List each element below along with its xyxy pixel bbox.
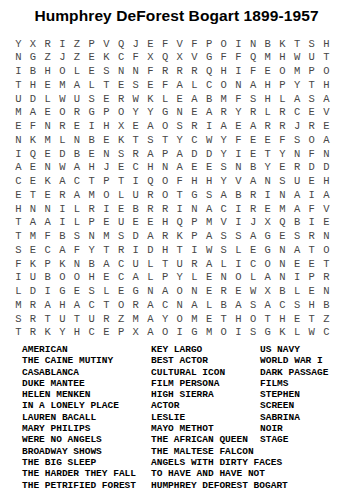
grid-cell: S xyxy=(246,298,261,312)
grid-cell: U xyxy=(114,216,129,230)
grid-cell: V xyxy=(231,175,246,189)
grid-cell: Y xyxy=(143,106,158,120)
grid-cell: R xyxy=(114,92,129,106)
grid-cell: N xyxy=(275,188,290,202)
grid-cell: B xyxy=(290,216,305,230)
grid-cell: N xyxy=(260,175,275,189)
grid-cell: E xyxy=(202,161,217,175)
grid-cell: S xyxy=(114,147,129,161)
grid-cell: I xyxy=(84,120,99,134)
grid-cell: O xyxy=(260,257,275,271)
grid-cell: N xyxy=(275,271,290,285)
grid-cell: S xyxy=(128,78,143,92)
grid-cell: C xyxy=(40,243,55,257)
grid-cell: E xyxy=(26,243,41,257)
grid-cell: E xyxy=(260,133,275,147)
grid-cell: F xyxy=(231,133,246,147)
grid-cell: P xyxy=(187,230,202,244)
grid-cell: A xyxy=(260,298,275,312)
word-search-grid: YXRIZPVQJEFVFPOINBKTSHNGZJZEKCFXQXVGFFQM… xyxy=(11,37,334,340)
word-list-item: STEPHEN xyxy=(260,389,328,400)
grid-cell: D xyxy=(55,147,70,161)
grid-cell: R xyxy=(275,120,290,134)
grid-cell: L xyxy=(275,92,290,106)
grid-cell: Z xyxy=(40,51,55,65)
grid-cell: E xyxy=(275,161,290,175)
grid-cell: T xyxy=(304,243,319,257)
grid-cell: H xyxy=(99,120,114,134)
grid-cell: T xyxy=(128,133,143,147)
grid-cell: P xyxy=(187,216,202,230)
grid-cell: J xyxy=(128,37,143,51)
grid-cell: M xyxy=(290,65,305,79)
grid-cell: I xyxy=(11,65,26,79)
grid-cell: P xyxy=(304,65,319,79)
grid-cell: P xyxy=(202,37,217,51)
grid-cell: T xyxy=(158,257,173,271)
grid-cell: O xyxy=(216,326,231,340)
grid-cell: C xyxy=(114,257,129,271)
grid-cell: E xyxy=(290,257,305,271)
grid-cell: E xyxy=(70,285,85,299)
grid-cell: S xyxy=(143,133,158,147)
grid-cell: Q xyxy=(202,65,217,79)
grid-cell: A xyxy=(26,216,41,230)
grid-cell: Y xyxy=(216,175,231,189)
grid-cell: G xyxy=(260,230,275,244)
grid-cell: A xyxy=(143,298,158,312)
grid-cell: T xyxy=(216,312,231,326)
grid-cell: B xyxy=(70,147,85,161)
grid-cell: R xyxy=(304,230,319,244)
grid-cell: G xyxy=(128,285,143,299)
grid-cell: I xyxy=(290,271,305,285)
grid-cell: V xyxy=(99,37,114,51)
grid-cell: T xyxy=(260,312,275,326)
grid-cell: E xyxy=(304,106,319,120)
grid-cell: C xyxy=(290,106,305,120)
grid-cell: I xyxy=(260,188,275,202)
grid-cell: O xyxy=(231,271,246,285)
grid-cell: I xyxy=(304,216,319,230)
grid-cell: P xyxy=(114,326,129,340)
grid-cell: X xyxy=(260,285,275,299)
grid-cell: A xyxy=(172,161,187,175)
word-list-item: BROADWAY SHOWS xyxy=(22,446,136,457)
grid-cell: E xyxy=(114,161,129,175)
grid-cell: C xyxy=(158,298,173,312)
grid-cell: A xyxy=(290,188,305,202)
grid-cell: E xyxy=(172,92,187,106)
grid-cell: E xyxy=(99,133,114,147)
word-list-item: HUMPHREY DEFOREST BOGART xyxy=(151,480,288,491)
grid-cell: X xyxy=(143,51,158,65)
grid-cell: O xyxy=(216,78,231,92)
grid-cell: S xyxy=(202,188,217,202)
grid-cell: I xyxy=(187,243,202,257)
grid-cell: S xyxy=(70,230,85,244)
grid-cell: C xyxy=(216,202,231,216)
grid-cell: A xyxy=(99,257,114,271)
grid-cell: Z xyxy=(70,37,85,51)
grid-cell: L xyxy=(114,188,129,202)
grid-cell: E xyxy=(304,285,319,299)
grid-cell: A xyxy=(70,161,85,175)
grid-cell: B xyxy=(40,271,55,285)
grid-cell: I xyxy=(11,147,26,161)
word-list-item: THE MALTESE FALCON xyxy=(151,446,288,457)
grid-cell: N xyxy=(246,37,261,51)
grid-cell: M xyxy=(11,106,26,120)
grid-cell: N xyxy=(290,147,305,161)
grid-cell: A xyxy=(55,243,70,257)
grid-cell: H xyxy=(143,161,158,175)
word-list-item: SCREEN xyxy=(260,400,328,411)
grid-cell: E xyxy=(202,285,217,299)
grid-cell: A xyxy=(202,230,217,244)
word-list-item: WERE NO ANGELS xyxy=(22,434,136,445)
grid-cell: R xyxy=(216,285,231,299)
grid-cell: A xyxy=(202,202,217,216)
grid-cell: N xyxy=(70,257,85,271)
grid-cell: N xyxy=(216,271,231,285)
grid-cell: M xyxy=(99,230,114,244)
word-list-item: TO HAVE AND HAVE NOT xyxy=(151,468,288,479)
grid-cell: K xyxy=(143,92,158,106)
grid-cell: E xyxy=(40,78,55,92)
grid-cell: E xyxy=(231,285,246,299)
grid-cell: Z xyxy=(114,312,129,326)
grid-cell: K xyxy=(172,230,187,244)
grid-cell: Y xyxy=(84,243,99,257)
grid-cell: E xyxy=(143,216,158,230)
word-list-item: STAGE xyxy=(260,434,328,445)
grid-cell: E xyxy=(114,285,129,299)
grid-cell: I xyxy=(11,271,26,285)
grid-cell: N xyxy=(143,285,158,299)
grid-cell: L xyxy=(143,257,158,271)
grid-cell: N xyxy=(40,120,55,134)
grid-cell: H xyxy=(231,312,246,326)
grid-cell: A xyxy=(55,175,70,189)
grid-cell: W xyxy=(55,92,70,106)
grid-cell: T xyxy=(158,133,173,147)
grid-cell: A xyxy=(143,120,158,134)
grid-cell: W xyxy=(128,92,143,106)
grid-cell: Q xyxy=(158,51,173,65)
grid-cell: B xyxy=(84,133,99,147)
grid-cell: A xyxy=(70,78,85,92)
grid-cell: F xyxy=(70,243,85,257)
grid-cell: K xyxy=(275,37,290,51)
grid-cell: Z xyxy=(319,312,334,326)
grid-cell: R xyxy=(246,188,261,202)
word-list-item: THE HARDER THEY FALL xyxy=(22,468,136,479)
grid-cell: F xyxy=(128,51,143,65)
grid-cell: V xyxy=(172,37,187,51)
grid-cell: A xyxy=(26,106,41,120)
grid-cell: A xyxy=(128,271,143,285)
grid-cell: I xyxy=(231,147,246,161)
grid-cell: F xyxy=(246,65,261,79)
grid-cell: E xyxy=(11,188,26,202)
grid-cell: M xyxy=(216,92,231,106)
grid-cell: G xyxy=(55,285,70,299)
grid-cell: A xyxy=(143,326,158,340)
grid-cell: E xyxy=(260,65,275,79)
word-list-item: THE CAINE MUTINY xyxy=(22,355,136,366)
grid-cell: R xyxy=(172,65,187,79)
grid-cell: T xyxy=(84,175,99,189)
grid-cell: O xyxy=(216,37,231,51)
grid-cell: H xyxy=(260,92,275,106)
grid-cell: I xyxy=(55,37,70,51)
grid-cell: H xyxy=(187,175,202,189)
grid-cell: Q xyxy=(246,51,261,65)
grid-cell: Y xyxy=(275,147,290,161)
grid-cell: O xyxy=(275,65,290,79)
grid-cell: N xyxy=(99,147,114,161)
word-list-item: NOIR xyxy=(260,423,328,434)
grid-cell: D xyxy=(304,161,319,175)
grid-cell: F xyxy=(143,65,158,79)
grid-cell: P xyxy=(84,216,99,230)
grid-cell: R xyxy=(158,202,173,216)
grid-cell: O xyxy=(172,312,187,326)
grid-cell: C xyxy=(84,298,99,312)
grid-cell: N xyxy=(231,161,246,175)
grid-cell: N xyxy=(187,285,202,299)
grid-cell: S xyxy=(114,230,129,244)
grid-cell: T xyxy=(172,188,187,202)
grid-cell: S xyxy=(246,326,261,340)
grid-cell: R xyxy=(55,120,70,134)
grid-cell: E xyxy=(84,147,99,161)
grid-cell: P xyxy=(99,106,114,120)
grid-cell: E xyxy=(26,175,41,189)
grid-cell: L xyxy=(187,271,202,285)
word-list-item: LAUREN BACALL xyxy=(22,412,136,423)
grid-cell: S xyxy=(84,285,99,299)
grid-cell: A xyxy=(290,92,305,106)
grid-cell: F xyxy=(187,37,202,51)
grid-cell: A xyxy=(246,175,261,189)
grid-cell: B xyxy=(128,202,143,216)
grid-cell: O xyxy=(319,65,334,79)
grid-cell: M xyxy=(128,312,143,326)
grid-cell: U xyxy=(11,92,26,106)
grid-cell: E xyxy=(187,161,202,175)
word-list: AMERICANTHE CAINE MUTINYCASABLANCADUKE M… xyxy=(0,344,353,494)
grid-cell: I xyxy=(55,216,70,230)
grid-cell: P xyxy=(304,271,319,285)
grid-cell: S xyxy=(275,175,290,189)
grid-cell: T xyxy=(172,243,187,257)
grid-cell: O xyxy=(55,65,70,79)
grid-cell: N xyxy=(275,243,290,257)
grid-cell: A xyxy=(290,243,305,257)
grid-cell: C xyxy=(275,298,290,312)
grid-cell: R xyxy=(216,106,231,120)
grid-cell: E xyxy=(11,120,26,134)
grid-cell: O xyxy=(158,175,173,189)
grid-cell: J xyxy=(99,161,114,175)
grid-cell: E xyxy=(128,216,143,230)
grid-cell: L xyxy=(55,133,70,147)
grid-cell: B xyxy=(26,65,41,79)
word-list-item: DUKE MANTEE xyxy=(22,378,136,389)
grid-cell: A xyxy=(187,92,202,106)
grid-cell: X xyxy=(128,326,143,340)
grid-cell: L xyxy=(84,78,99,92)
grid-cell: S xyxy=(99,65,114,79)
grid-cell: R xyxy=(143,202,158,216)
grid-cell: P xyxy=(40,257,55,271)
grid-cell: A xyxy=(319,92,334,106)
grid-cell: E xyxy=(246,133,261,147)
grid-cell: L xyxy=(246,271,261,285)
grid-cell: N xyxy=(40,202,55,216)
grid-cell: B xyxy=(55,230,70,244)
grid-cell: O xyxy=(158,188,173,202)
grid-cell: O xyxy=(114,106,129,120)
word-list-item: IN A LONELY PLACE xyxy=(22,400,136,411)
grid-cell: U xyxy=(84,312,99,326)
grid-cell: E xyxy=(99,92,114,106)
grid-cell: T xyxy=(40,312,55,326)
grid-cell: H xyxy=(275,312,290,326)
grid-cell: D xyxy=(128,230,143,244)
grid-cell: U xyxy=(26,271,41,285)
grid-cell: E xyxy=(202,312,217,326)
grid-cell: N xyxy=(26,202,41,216)
grid-cell: I xyxy=(202,120,217,134)
word-list-item: SABRINA xyxy=(260,412,328,423)
grid-cell: H xyxy=(260,78,275,92)
grid-cell: Y xyxy=(11,37,26,51)
grid-cell: A xyxy=(231,298,246,312)
grid-cell: W xyxy=(202,133,217,147)
grid-cell: T xyxy=(11,78,26,92)
page-title: Humphrey DeForest Bogart 1899-1957 xyxy=(0,7,353,25)
grid-cell: O xyxy=(304,133,319,147)
grid-cell: N xyxy=(187,202,202,216)
grid-cell: O xyxy=(55,271,70,285)
grid-cell: L xyxy=(70,65,85,79)
grid-cell: N xyxy=(11,133,26,147)
grid-cell: W xyxy=(246,285,261,299)
grid-cell: V xyxy=(187,51,202,65)
grid-cell: J xyxy=(55,51,70,65)
grid-cell: C xyxy=(70,175,85,189)
grid-cell: L xyxy=(11,285,26,299)
grid-cell: O xyxy=(172,285,187,299)
grid-cell: R xyxy=(319,271,334,285)
grid-cell: U xyxy=(55,312,70,326)
grid-cell: L xyxy=(260,106,275,120)
grid-cell: O xyxy=(70,271,85,285)
grid-cell: R xyxy=(158,65,173,79)
grid-cell: X xyxy=(172,51,187,65)
grid-cell: T xyxy=(114,175,129,189)
grid-cell: Y xyxy=(260,161,275,175)
grid-cell: P xyxy=(275,78,290,92)
grid-cell: G xyxy=(202,51,217,65)
grid-cell: R xyxy=(128,298,143,312)
grid-cell: N xyxy=(158,161,173,175)
word-list-column-3: US NAVYWORLD WAR IDARK PASSAGEFILMSSTEPH… xyxy=(260,344,328,446)
grid-cell: A xyxy=(172,147,187,161)
grid-cell: A xyxy=(172,78,187,92)
grid-cell: I xyxy=(40,285,55,299)
grid-cell: R xyxy=(114,243,129,257)
grid-cell: L xyxy=(99,285,114,299)
grid-cell: V xyxy=(216,216,231,230)
grid-cell: S xyxy=(11,243,26,257)
grid-cell: L xyxy=(143,271,158,285)
grid-cell: N xyxy=(172,298,187,312)
grid-cell: I xyxy=(231,216,246,230)
grid-cell: P xyxy=(158,147,173,161)
grid-cell: M xyxy=(275,202,290,216)
grid-cell: S xyxy=(11,312,26,326)
grid-cell: L xyxy=(187,78,202,92)
word-list-item: DARK PASSAGE xyxy=(260,367,328,378)
grid-cell: G xyxy=(26,51,41,65)
grid-cell: Y xyxy=(55,326,70,340)
grid-cell: P xyxy=(158,271,173,285)
grid-cell: D xyxy=(319,161,334,175)
grid-cell: C xyxy=(187,133,202,147)
grid-cell: N xyxy=(275,257,290,271)
grid-cell: N xyxy=(11,51,26,65)
grid-cell: Y xyxy=(172,133,187,147)
grid-cell: F xyxy=(231,92,246,106)
grid-cell: E xyxy=(187,106,202,120)
grid-cell: A xyxy=(11,161,26,175)
grid-cell: C xyxy=(114,271,129,285)
grid-cell: A xyxy=(40,216,55,230)
grid-cell: L xyxy=(216,257,231,271)
grid-cell: R xyxy=(187,65,202,79)
grid-cell: I xyxy=(172,202,187,216)
grid-cell: E xyxy=(275,230,290,244)
grid-cell: I xyxy=(304,188,319,202)
grid-cell: K xyxy=(114,133,129,147)
grid-cell: T xyxy=(11,326,26,340)
grid-cell: N xyxy=(114,65,129,79)
grid-cell: E xyxy=(304,257,319,271)
grid-cell: Y xyxy=(216,147,231,161)
grid-cell: H xyxy=(304,298,319,312)
grid-cell: H xyxy=(319,37,334,51)
grid-cell: F xyxy=(158,37,173,51)
grid-cell: E xyxy=(26,161,41,175)
grid-cell: H xyxy=(70,326,85,340)
grid-cell: A xyxy=(70,298,85,312)
grid-cell: E xyxy=(114,202,129,216)
grid-cell: E xyxy=(143,37,158,51)
grid-cell: E xyxy=(84,51,99,65)
grid-cell: Y xyxy=(216,133,231,147)
grid-cell: I xyxy=(128,243,143,257)
grid-cell: S xyxy=(304,92,319,106)
grid-cell: T xyxy=(319,51,334,65)
grid-cell: H xyxy=(158,216,173,230)
grid-cell: I xyxy=(231,326,246,340)
grid-cell: S xyxy=(84,92,99,106)
grid-cell: M xyxy=(260,51,275,65)
